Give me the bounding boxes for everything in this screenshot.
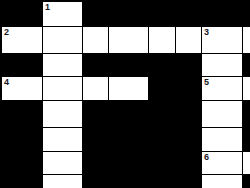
block-r8c6 (176, 175, 201, 188)
block-r5c6 (176, 101, 201, 127)
block-r8c8 (243, 175, 250, 188)
block-r1c3 (83, 2, 108, 26)
cell-r7c8[interactable] (243, 152, 250, 174)
block-r8c4 (109, 175, 148, 188)
cell-r2c2[interactable] (43, 27, 82, 53)
cell-r4c4[interactable] (109, 77, 148, 100)
block-r7c5 (149, 152, 175, 174)
cell-r2c3[interactable] (83, 27, 108, 53)
crossword-grid: 123456 (2, 2, 250, 188)
block-r8c5 (149, 175, 175, 188)
block-r3c4 (109, 54, 148, 76)
block-r7c6 (176, 152, 201, 174)
block-r3c6 (176, 54, 201, 76)
block-r7c4 (109, 152, 148, 174)
cell-r3c7[interactable] (202, 54, 242, 76)
cell-r2c6[interactable] (176, 27, 201, 53)
cell-r8c2[interactable] (43, 175, 82, 188)
cell-r8c7[interactable] (202, 175, 242, 188)
block-r6c3 (83, 128, 108, 151)
clue-number-6: 6 (204, 152, 209, 163)
block-r7c1 (2, 152, 42, 174)
clue-number-5: 5 (204, 77, 209, 88)
block-r8c3 (83, 175, 108, 188)
cell-r4c2[interactable] (43, 77, 82, 100)
block-r1c6 (176, 2, 201, 26)
block-r5c3 (83, 101, 108, 127)
block-r1c4 (109, 2, 148, 26)
cell-r4c8[interactable] (243, 77, 250, 100)
block-r3c8 (243, 54, 250, 76)
block-r1c1 (2, 2, 42, 26)
block-r1c5 (149, 2, 175, 26)
block-r6c5 (149, 128, 175, 151)
block-r3c1 (2, 54, 42, 76)
cell-r6c7[interactable] (202, 128, 242, 151)
block-r5c4 (109, 101, 148, 127)
cell-r2c4[interactable] (109, 27, 148, 53)
block-r8c1 (2, 175, 42, 188)
block-r4c6 (176, 77, 201, 100)
block-r6c8 (243, 128, 250, 151)
block-r1c8 (243, 2, 250, 26)
block-r5c5 (149, 101, 175, 127)
block-r3c3 (83, 54, 108, 76)
block-r5c1 (2, 101, 42, 127)
crossword-board: 123456 (0, 0, 250, 188)
block-r6c6 (176, 128, 201, 151)
cell-r7c7[interactable]: 6 (202, 152, 242, 174)
block-r6c1 (2, 128, 42, 151)
clue-number-2: 2 (4, 27, 9, 38)
cell-r4c1[interactable]: 4 (2, 77, 42, 100)
block-r4c5 (149, 77, 175, 100)
block-r5c8 (243, 101, 250, 127)
cell-r6c2[interactable] (43, 128, 82, 151)
clue-number-4: 4 (4, 77, 9, 88)
cell-r2c7[interactable]: 3 (202, 27, 242, 53)
cell-r2c5[interactable] (149, 27, 175, 53)
cell-r2c1[interactable]: 2 (2, 27, 42, 53)
block-r3c5 (149, 54, 175, 76)
cell-r5c2[interactable] (43, 101, 82, 127)
cell-r7c2[interactable] (43, 152, 82, 174)
block-r1c7 (202, 2, 242, 26)
clue-number-1: 1 (45, 2, 50, 13)
cell-r2c8[interactable] (243, 27, 250, 53)
cell-r1c2[interactable]: 1 (43, 2, 82, 26)
clue-number-3: 3 (204, 27, 209, 38)
cell-r4c7[interactable]: 5 (202, 77, 242, 100)
cell-r5c7[interactable] (202, 101, 242, 127)
block-r7c3 (83, 152, 108, 174)
cell-r3c2[interactable] (43, 54, 82, 76)
cell-r4c3[interactable] (83, 77, 108, 100)
block-r6c4 (109, 128, 148, 151)
